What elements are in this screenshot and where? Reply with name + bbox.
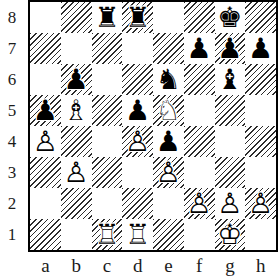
chess-board: ♜♜♜♜♚♚♟♟♟♟♟♟♟♟♞♞♝♝♟♟♝♗♟♟♞♘♟♙♟♙♟♟♟♙♟♙♟♙♟♙… [28,0,278,252]
square-c4[interactable] [92,126,123,157]
square-a4[interactable]: ♟♙ [30,126,61,157]
square-f2[interactable]: ♟♙ [184,188,215,219]
square-b6[interactable]: ♟♟ [61,64,92,95]
rank-label-8: 8 [0,2,24,33]
piece-glyph: ♟ [30,95,61,126]
piece-glyph: ♙ [30,126,61,157]
chess-diagram: 87654321 ♜♜♜♜♚♚♟♟♟♟♟♟♟♟♞♞♝♝♟♟♝♗♟♟♞♘♟♙♟♙♟… [0,0,279,280]
square-a3[interactable] [30,157,61,188]
square-d1[interactable]: ♜♖ [122,219,153,250]
square-f6[interactable] [184,64,215,95]
square-e8[interactable] [153,2,184,33]
file-label-d: d [122,253,153,279]
piece-bP: ♟♟ [245,33,276,64]
square-h7[interactable]: ♟♟ [245,33,276,64]
piece-glyph: ♜ [92,2,123,33]
rank-label-3: 3 [0,157,24,188]
square-d5[interactable]: ♟♟ [122,95,153,126]
piece-bP: ♟♟ [153,126,184,157]
square-g1[interactable]: ♚♔ [215,219,246,250]
piece-bP: ♟♟ [184,33,215,64]
square-g5[interactable] [215,95,246,126]
square-d3[interactable] [122,157,153,188]
square-g8[interactable]: ♚♚ [215,2,246,33]
square-c6[interactable] [92,64,123,95]
square-b5[interactable]: ♝♗ [61,95,92,126]
square-e5[interactable]: ♞♘ [153,95,184,126]
square-d7[interactable] [122,33,153,64]
square-b2[interactable] [61,188,92,219]
square-c8[interactable]: ♜♜ [92,2,123,33]
file-label-g: g [215,253,246,279]
square-f3[interactable] [184,157,215,188]
square-f8[interactable] [184,2,215,33]
square-h8[interactable] [245,2,276,33]
piece-glyph: ♖ [92,219,123,250]
piece-wR: ♜♖ [92,219,123,250]
piece-glyph: ♙ [122,126,153,157]
piece-glyph: ♚ [215,2,246,33]
square-g2[interactable]: ♟♙ [215,188,246,219]
square-d8[interactable]: ♜♜ [122,2,153,33]
square-h4[interactable] [245,126,276,157]
square-e3[interactable]: ♟♙ [153,157,184,188]
piece-glyph: ♗ [61,95,92,126]
square-h1[interactable] [245,219,276,250]
piece-glyph: ♟ [153,126,184,157]
piece-wP: ♟♙ [30,126,61,157]
square-b7[interactable] [61,33,92,64]
piece-glyph: ♙ [245,188,276,219]
file-label-a: a [30,253,61,279]
square-h6[interactable] [245,64,276,95]
square-b4[interactable] [61,126,92,157]
file-labels: abcdefgh [30,253,276,279]
piece-glyph: ♟ [61,64,92,95]
piece-bP: ♟♟ [215,33,246,64]
square-e6[interactable]: ♞♞ [153,64,184,95]
rank-label-5: 5 [0,95,24,126]
piece-wK: ♚♔ [215,219,246,250]
piece-glyph: ♖ [122,219,153,250]
rank-label-1: 1 [0,219,24,250]
square-c2[interactable] [92,188,123,219]
piece-glyph: ♝ [215,64,246,95]
piece-bP: ♟♟ [122,95,153,126]
square-h3[interactable] [245,157,276,188]
square-b3[interactable]: ♟♙ [61,157,92,188]
square-g4[interactable] [215,126,246,157]
square-c5[interactable] [92,95,123,126]
square-g7[interactable]: ♟♟ [215,33,246,64]
piece-bR: ♜♜ [122,2,153,33]
piece-wP: ♟♙ [61,157,92,188]
piece-glyph: ♟ [245,33,276,64]
piece-wP: ♟♙ [122,126,153,157]
square-f4[interactable] [184,126,215,157]
piece-bP: ♟♟ [30,95,61,126]
square-g6[interactable]: ♝♝ [215,64,246,95]
square-e2[interactable] [153,188,184,219]
piece-glyph: ♙ [153,157,184,188]
square-a1[interactable] [30,219,61,250]
piece-bK: ♚♚ [215,2,246,33]
square-e7[interactable] [153,33,184,64]
file-label-h: h [245,253,276,279]
piece-glyph: ♙ [215,188,246,219]
piece-wP: ♟♙ [153,157,184,188]
square-h2[interactable]: ♟♙ [245,188,276,219]
square-a7[interactable] [30,33,61,64]
piece-wB: ♝♗ [61,95,92,126]
piece-glyph: ♜ [122,2,153,33]
square-d4[interactable]: ♟♙ [122,126,153,157]
square-g3[interactable] [215,157,246,188]
square-d2[interactable] [122,188,153,219]
piece-bR: ♜♜ [92,2,123,33]
rank-label-6: 6 [0,64,24,95]
piece-glyph: ♟ [184,33,215,64]
piece-glyph: ♞ [153,64,184,95]
rank-label-7: 7 [0,33,24,64]
square-c3[interactable] [92,157,123,188]
square-f1[interactable] [184,219,215,250]
square-b8[interactable] [61,2,92,33]
rank-label-4: 4 [0,126,24,157]
file-label-f: f [184,253,215,279]
piece-glyph: ♟ [122,95,153,126]
piece-glyph: ♙ [184,188,215,219]
square-c1[interactable]: ♜♖ [92,219,123,250]
file-label-b: b [61,253,92,279]
square-d6[interactable] [122,64,153,95]
file-label-c: c [92,253,123,279]
square-a8[interactable] [30,2,61,33]
piece-wP: ♟♙ [245,188,276,219]
piece-wN: ♞♘ [153,95,184,126]
piece-wP: ♟♙ [215,188,246,219]
piece-bB: ♝♝ [215,64,246,95]
square-e4[interactable]: ♟♟ [153,126,184,157]
square-b1[interactable] [61,219,92,250]
rank-label-2: 2 [0,188,24,219]
piece-glyph: ♔ [215,219,246,250]
piece-bN: ♞♞ [153,64,184,95]
piece-wR: ♜♖ [122,219,153,250]
piece-bP: ♟♟ [61,64,92,95]
square-f5[interactable] [184,95,215,126]
square-a2[interactable] [30,188,61,219]
piece-wP: ♟♙ [184,188,215,219]
square-h5[interactable] [245,95,276,126]
piece-glyph: ♟ [215,33,246,64]
rank-labels: 87654321 [0,2,24,250]
square-e1[interactable] [153,219,184,250]
square-f7[interactable]: ♟♟ [184,33,215,64]
square-a5[interactable]: ♟♟ [30,95,61,126]
square-a6[interactable] [30,64,61,95]
piece-glyph: ♙ [61,157,92,188]
square-c7[interactable] [92,33,123,64]
file-label-e: e [153,253,184,279]
piece-glyph: ♘ [153,95,184,126]
